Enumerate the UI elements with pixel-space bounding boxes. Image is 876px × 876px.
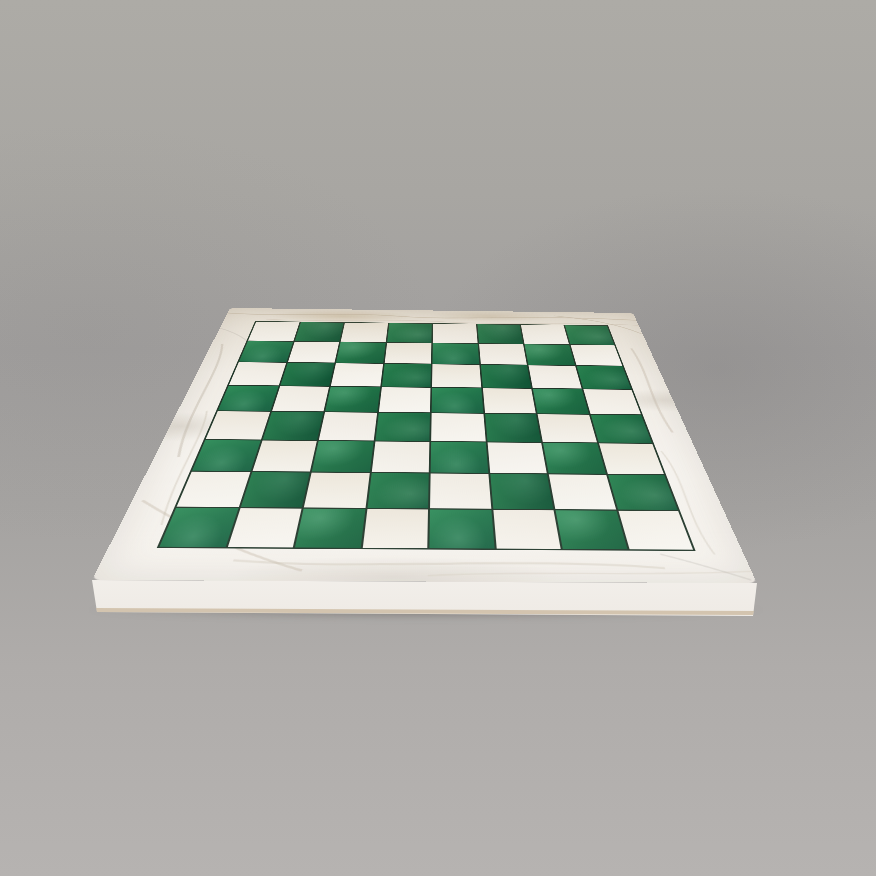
square-b7[interactable] <box>288 342 340 363</box>
square-e7[interactable] <box>432 343 478 364</box>
square-g7[interactable] <box>525 344 575 365</box>
square-f1[interactable] <box>493 510 561 549</box>
square-a8[interactable] <box>248 322 299 341</box>
square-e6[interactable] <box>432 364 481 387</box>
square-a1[interactable] <box>159 508 238 548</box>
square-a6[interactable] <box>229 362 286 385</box>
square-b5[interactable] <box>272 386 329 411</box>
square-e5[interactable] <box>432 388 483 413</box>
square-g6[interactable] <box>528 365 581 388</box>
square-g2[interactable] <box>549 474 616 509</box>
square-g4[interactable] <box>538 414 597 442</box>
square-a2[interactable] <box>177 472 250 507</box>
square-f8[interactable] <box>477 324 523 343</box>
square-f4[interactable] <box>485 414 541 442</box>
square-c6[interactable] <box>331 363 383 386</box>
square-d1[interactable] <box>362 509 428 548</box>
square-h8[interactable] <box>565 325 614 344</box>
square-b3[interactable] <box>252 440 317 471</box>
square-c5[interactable] <box>325 387 380 412</box>
marble-vein <box>232 560 665 568</box>
square-e2[interactable] <box>430 473 491 508</box>
square-c3[interactable] <box>312 441 373 472</box>
square-c8[interactable] <box>341 323 388 342</box>
marble-vein <box>226 313 636 321</box>
square-b2[interactable] <box>240 472 309 507</box>
square-d8[interactable] <box>387 323 432 342</box>
chessboard <box>92 308 757 583</box>
square-g8[interactable] <box>521 325 569 344</box>
square-b4[interactable] <box>262 412 323 440</box>
square-f7[interactable] <box>479 344 527 365</box>
square-a7[interactable] <box>239 341 293 362</box>
square-d3[interactable] <box>371 441 429 472</box>
square-h7[interactable] <box>570 345 622 366</box>
photo-background <box>0 0 876 876</box>
square-h6[interactable] <box>576 366 631 389</box>
square-g3[interactable] <box>543 443 606 474</box>
square-b8[interactable] <box>295 322 344 341</box>
square-h5[interactable] <box>583 389 641 414</box>
square-d6[interactable] <box>382 364 431 387</box>
square-c1[interactable] <box>295 508 365 547</box>
square-h4[interactable] <box>590 415 651 443</box>
square-b6[interactable] <box>280 363 334 386</box>
square-e8[interactable] <box>433 324 477 343</box>
square-d5[interactable] <box>378 387 430 412</box>
square-f5[interactable] <box>483 388 536 413</box>
square-h3[interactable] <box>599 443 664 474</box>
square-f3[interactable] <box>487 442 547 473</box>
square-d4[interactable] <box>375 413 430 441</box>
square-a3[interactable] <box>192 440 260 471</box>
square-f6[interactable] <box>481 365 532 388</box>
square-g5[interactable] <box>533 389 589 414</box>
square-a5[interactable] <box>218 385 278 410</box>
square-e1[interactable] <box>429 509 494 548</box>
square-g1[interactable] <box>555 510 626 549</box>
square-h1[interactable] <box>618 510 693 549</box>
square-c4[interactable] <box>319 412 377 440</box>
square-e3[interactable] <box>431 442 488 473</box>
marble-vein <box>428 570 754 577</box>
square-d2[interactable] <box>367 473 429 508</box>
square-c2[interactable] <box>304 473 369 508</box>
square-b1[interactable] <box>227 508 301 548</box>
square-c7[interactable] <box>336 342 385 363</box>
square-d7[interactable] <box>384 343 431 364</box>
square-a4[interactable] <box>206 411 270 439</box>
marble-vein <box>660 554 751 580</box>
square-f2[interactable] <box>490 474 553 509</box>
square-e4[interactable] <box>431 413 485 441</box>
square-h2[interactable] <box>608 475 678 510</box>
